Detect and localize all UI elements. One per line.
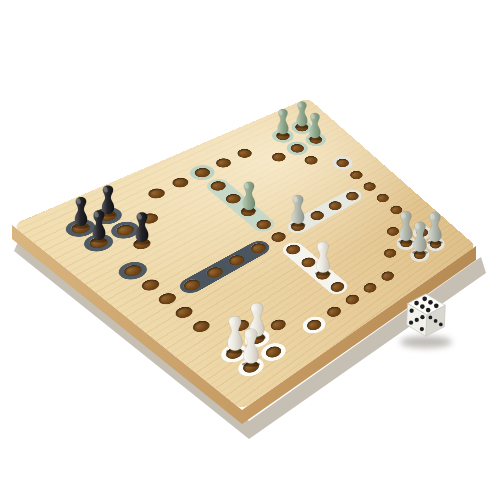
peg-gray[interactable] — [288, 194, 309, 228]
peg-layer — [0, 0, 504, 504]
peg-white[interactable] — [238, 328, 264, 369]
peg-gray[interactable] — [409, 221, 431, 257]
peg-white[interactable] — [312, 240, 335, 277]
peg-green[interactable] — [238, 180, 259, 214]
peg-green[interactable] — [274, 108, 292, 138]
peg-black[interactable] — [88, 209, 110, 244]
peg-black[interactable] — [131, 211, 153, 246]
peg-green[interactable] — [306, 111, 325, 141]
die[interactable] — [395, 289, 453, 347]
scene — [0, 0, 504, 504]
